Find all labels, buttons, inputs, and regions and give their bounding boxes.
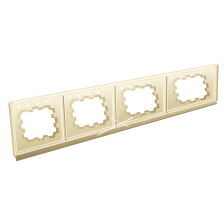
wall-frame bbox=[4, 65, 224, 161]
photo-background: Four-gang champagne-beige electrical wal… bbox=[0, 0, 224, 224]
product-photo bbox=[0, 0, 224, 224]
